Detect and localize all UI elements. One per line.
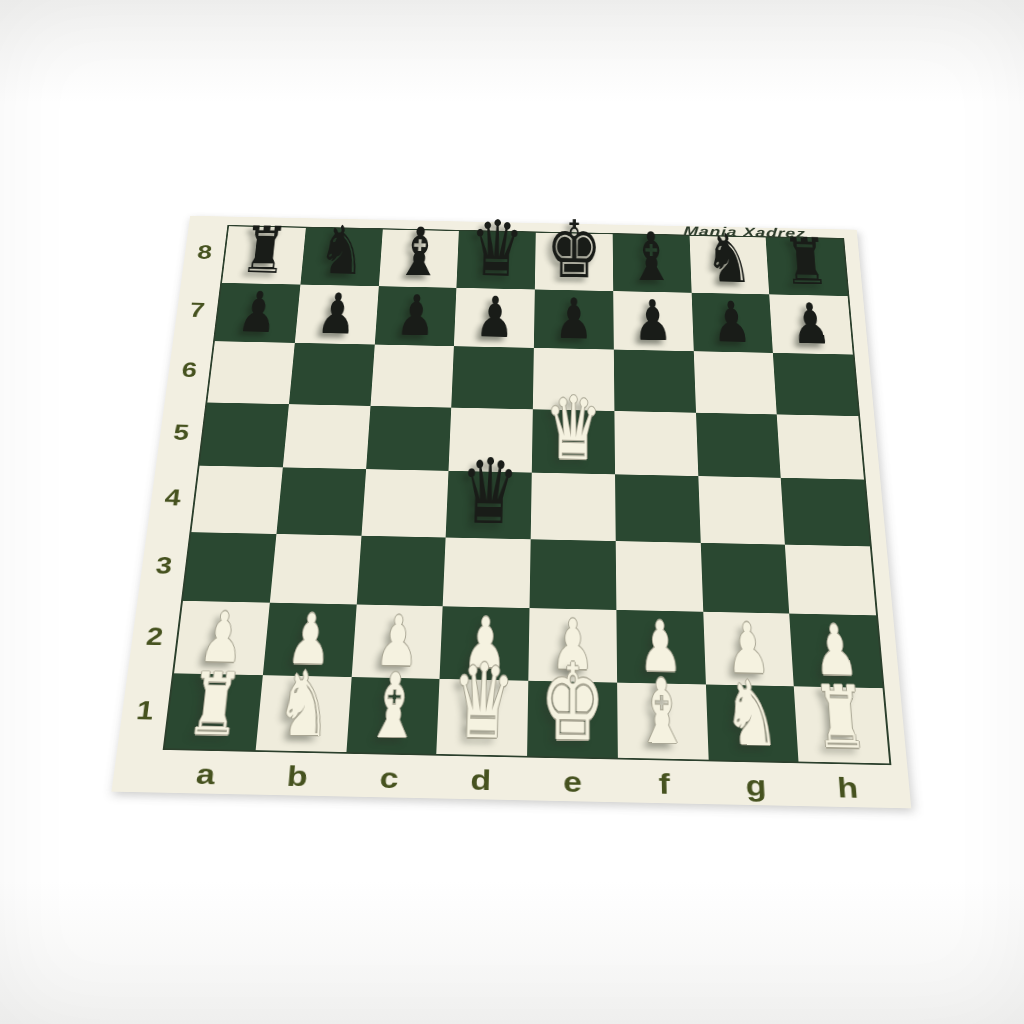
square-c3: [356, 535, 446, 606]
square-f4: [615, 474, 700, 542]
square-a7: ♟: [215, 283, 300, 343]
square-a4: [191, 466, 282, 534]
square-e2: ♟: [528, 608, 617, 682]
piece-black-rook-a8: ♜: [238, 217, 290, 282]
square-c4: [361, 469, 449, 537]
square-h8: ♜: [766, 238, 848, 296]
piece-white-pawn-b2: ♟: [285, 605, 334, 675]
piece-black-bishop-f8: ♝: [627, 223, 675, 291]
piece-white-pawn-g2: ♟: [725, 614, 771, 684]
square-h5: [777, 414, 864, 479]
piece-black-pawn-f7: ♟: [633, 292, 673, 349]
file-label-g: g: [709, 761, 803, 806]
square-f2: ♟: [616, 610, 705, 684]
piece-white-rook-h1: ♜: [811, 674, 870, 762]
square-g7: ♟: [691, 292, 773, 352]
square-b3: [270, 534, 361, 605]
file-label-h: h: [800, 763, 895, 808]
file-label-a: a: [157, 750, 253, 795]
square-b5: [283, 404, 370, 469]
piece-white-rook-a1: ♜: [184, 661, 246, 748]
square-g4: [698, 476, 785, 544]
square-h4: [781, 478, 870, 546]
piece-black-bishop-c8: ♝: [394, 218, 445, 286]
square-f6: [614, 350, 696, 413]
square-e7: ♟: [534, 289, 614, 349]
square-a1: ♜: [165, 673, 263, 750]
square-g1: ♞: [705, 684, 798, 761]
square-a3: [183, 532, 276, 603]
square-c6: [370, 345, 454, 408]
square-c7: ♟: [374, 286, 456, 346]
square-a5: [200, 402, 289, 467]
piece-black-pawn-g7: ♟: [711, 294, 752, 351]
square-d1: ♛: [437, 678, 529, 755]
square-g3: [700, 542, 789, 613]
square-g2: ♟: [703, 612, 794, 686]
square-f5: [614, 411, 698, 476]
square-f8: ♝: [612, 234, 691, 292]
file-label-d: d: [434, 756, 527, 801]
square-d8: ♛: [457, 231, 536, 289]
square-d7: ♟: [454, 288, 535, 348]
piece-black-king-e8: ♚: [546, 209, 603, 289]
file-label-e: e: [526, 758, 618, 803]
square-d3: [443, 537, 531, 608]
square-g6: [693, 351, 777, 414]
square-e8: ♚: [535, 233, 613, 291]
square-h7: ♟: [769, 294, 852, 354]
square-c1: ♝: [346, 677, 440, 754]
square-e1: ♚: [527, 680, 618, 757]
square-d2: ♟: [440, 606, 530, 680]
piece-white-pawn-e2: ♟: [551, 610, 594, 680]
square-a6: [207, 341, 294, 404]
square-e4: [531, 473, 616, 541]
piece-black-pawn-b7: ♟: [315, 286, 358, 343]
square-c8: ♝: [378, 229, 459, 287]
square-g8: ♞: [689, 236, 769, 294]
board-perspective-wrapper: Mania Xadrez 8 7 6 5 4 3 2 1 a b c d e: [111, 216, 911, 809]
piece-white-pawn-a2: ♟: [197, 603, 247, 673]
square-f7: ♟: [613, 291, 693, 351]
piece-black-pawn-h7: ♟: [789, 296, 832, 353]
piece-black-queen-d8: ♛: [468, 209, 525, 287]
photo-background: Mania Xadrez 8 7 6 5 4 3 2 1 a b c d e: [0, 0, 1024, 1024]
file-label-c: c: [342, 754, 436, 799]
square-b2: ♟: [263, 603, 357, 677]
square-d5: [449, 407, 533, 472]
file-label-b: b: [250, 752, 345, 797]
square-b6: [289, 343, 375, 406]
square-d6: [451, 346, 533, 409]
board-grid: ♜♞♝♛♚♝♞♜♟♟♟♟♟♟♟♟♛♛♟♟♟♟♟♟♟♟♜♞♝♛♚♝♞♜: [163, 225, 892, 765]
square-c5: [366, 406, 452, 471]
square-h1: ♜: [794, 686, 889, 764]
brand-label: Mania Xadrez: [683, 224, 806, 241]
square-f1: ♝: [617, 682, 708, 759]
file-label-f: f: [618, 759, 711, 804]
square-h6: [773, 353, 858, 416]
piece-black-pawn-e7: ♟: [554, 291, 593, 348]
piece-white-pawn-h2: ♟: [812, 616, 860, 686]
square-b1: ♞: [255, 675, 351, 752]
chessboard-mat: Mania Xadrez 8 7 6 5 4 3 2 1 a b c d e: [111, 216, 911, 809]
piece-black-pawn-a7: ♟: [235, 284, 280, 341]
piece-black-knight-b8: ♞: [316, 217, 368, 285]
square-e6: [533, 348, 614, 411]
square-a2: ♟: [174, 601, 269, 675]
square-h2: ♟: [789, 614, 882, 688]
square-b4: [276, 467, 365, 535]
square-c2: ♟: [351, 604, 443, 678]
square-h3: [785, 544, 876, 615]
square-f3: [615, 541, 702, 612]
board-tilt-wrapper: Mania Xadrez 8 7 6 5 4 3 2 1 a b c d e: [0, 0, 1024, 1024]
square-d4: ♛: [446, 471, 532, 539]
square-e3: [530, 539, 617, 610]
square-b7: ♟: [295, 284, 379, 344]
piece-black-pawn-d7: ♟: [475, 289, 515, 346]
square-g5: [696, 412, 781, 477]
square-a8: ♜: [222, 226, 306, 284]
square-b8: ♞: [300, 228, 382, 286]
piece-white-pawn-c2: ♟: [374, 606, 421, 676]
piece-white-pawn-f2: ♟: [638, 612, 682, 682]
piece-black-pawn-c7: ♟: [395, 288, 437, 345]
piece-white-pawn-d2: ♟: [462, 608, 507, 678]
square-e5: ♛: [532, 409, 615, 474]
